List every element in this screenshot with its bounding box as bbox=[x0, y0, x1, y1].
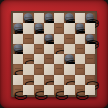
square-r7c3[interactable] bbox=[44, 85, 54, 95]
dark-checker-piece[interactable]: ⛂ bbox=[45, 13, 54, 22]
square-r1c2[interactable]: ⛂ bbox=[34, 23, 44, 33]
square-r7c5[interactable] bbox=[64, 85, 74, 95]
square-r2c0[interactable] bbox=[13, 34, 23, 44]
square-r6c3[interactable]: ⛀ bbox=[44, 75, 54, 85]
square-r0c5[interactable]: ⛂ bbox=[64, 13, 74, 23]
light-checker-piece[interactable]: ⛀ bbox=[45, 75, 54, 84]
square-r6c6[interactable] bbox=[75, 75, 85, 85]
dark-checker-piece[interactable]: ⛂ bbox=[65, 54, 74, 63]
square-r7c2[interactable]: ⛀ bbox=[34, 85, 44, 95]
square-r5c3[interactable] bbox=[44, 64, 54, 74]
light-checker-piece[interactable]: ⛀ bbox=[34, 85, 43, 94]
square-r4c3[interactable] bbox=[44, 54, 54, 64]
square-r5c4[interactable] bbox=[54, 64, 64, 74]
square-r0c0[interactable] bbox=[13, 13, 23, 23]
square-r6c7[interactable]: ⛀ bbox=[85, 75, 95, 85]
dark-checker-piece[interactable]: ⛂ bbox=[45, 34, 54, 43]
dark-checker-piece[interactable]: ⛂ bbox=[65, 13, 74, 22]
square-r3c3[interactable] bbox=[44, 44, 54, 54]
square-r2c3[interactable]: ⛂ bbox=[44, 34, 54, 44]
square-r4c7[interactable] bbox=[85, 54, 95, 64]
square-r6c4[interactable] bbox=[54, 75, 64, 85]
square-r5c7[interactable] bbox=[85, 64, 95, 74]
dark-checker-piece[interactable]: ⛂ bbox=[14, 44, 23, 53]
square-r5c0[interactable]: ⛀ bbox=[13, 64, 23, 74]
square-r5c2[interactable] bbox=[34, 64, 44, 74]
light-checker-piece[interactable]: ⛀ bbox=[55, 44, 64, 53]
light-checker-piece[interactable]: ⛀ bbox=[24, 75, 33, 84]
light-checker-piece[interactable]: ⛀ bbox=[14, 85, 23, 94]
square-r2c1[interactable] bbox=[23, 34, 33, 44]
dark-checker-piece[interactable]: ⛂ bbox=[86, 34, 95, 43]
square-r3c6[interactable] bbox=[75, 44, 85, 54]
square-r7c4[interactable]: ⛀ bbox=[54, 85, 64, 95]
square-r0c4[interactable] bbox=[54, 13, 64, 23]
dark-checker-piece[interactable]: ⛂ bbox=[24, 13, 33, 22]
square-r3c2[interactable] bbox=[34, 44, 44, 54]
light-checker-piece[interactable]: ⛀ bbox=[14, 65, 23, 74]
square-r4c1[interactable]: ⛀ bbox=[23, 54, 33, 64]
square-r1c7[interactable] bbox=[85, 23, 95, 33]
square-r7c6[interactable]: ⛀ bbox=[75, 85, 85, 95]
square-r4c5[interactable]: ⛂ bbox=[64, 54, 74, 64]
square-r2c2[interactable] bbox=[34, 34, 44, 44]
dark-checker-piece[interactable]: ⛂ bbox=[14, 24, 23, 33]
square-r6c5[interactable]: ⛀ bbox=[64, 75, 74, 85]
light-checker-piece[interactable]: ⛀ bbox=[55, 85, 64, 94]
dark-checker-piece[interactable]: ⛂ bbox=[34, 24, 43, 33]
square-r3c7[interactable] bbox=[85, 44, 95, 54]
square-r2c7[interactable]: ⛂ bbox=[85, 34, 95, 44]
square-r0c3[interactable]: ⛂ bbox=[44, 13, 54, 23]
light-checker-piece[interactable]: ⛀ bbox=[75, 85, 84, 94]
square-r6c2[interactable] bbox=[34, 75, 44, 85]
square-r3c4[interactable]: ⛀ bbox=[54, 44, 64, 54]
square-r2c5[interactable] bbox=[64, 34, 74, 44]
light-checker-piece[interactable]: ⛀ bbox=[65, 75, 74, 84]
square-r1c0[interactable]: ⛂ bbox=[13, 23, 23, 33]
square-r0c2[interactable] bbox=[34, 13, 44, 23]
light-checker-piece[interactable]: ⛀ bbox=[24, 54, 33, 63]
game-window: ⛂⛂⛂⛂⛂⛂⛂⛂⛂⛂⛀⛀⛂⛀⛀⛀⛀⛀⛀⛀⛀⛀ bbox=[0, 0, 108, 108]
square-r5c5[interactable] bbox=[64, 64, 74, 74]
square-r2c4[interactable] bbox=[54, 34, 64, 44]
square-r1c1[interactable] bbox=[23, 23, 33, 33]
square-r1c3[interactable] bbox=[44, 23, 54, 33]
square-r7c0[interactable]: ⛀ bbox=[13, 85, 23, 95]
square-r7c1[interactable] bbox=[23, 85, 33, 95]
board: ⛂⛂⛂⛂⛂⛂⛂⛂⛂⛂⛀⛀⛂⛀⛀⛀⛀⛀⛀⛀⛀⛀ bbox=[13, 13, 95, 95]
square-r1c6[interactable]: ⛂ bbox=[75, 23, 85, 33]
square-r6c1[interactable]: ⛀ bbox=[23, 75, 33, 85]
square-r4c2[interactable] bbox=[34, 54, 44, 64]
square-r0c1[interactable]: ⛂ bbox=[23, 13, 33, 23]
square-r4c4[interactable] bbox=[54, 54, 64, 64]
square-r3c5[interactable] bbox=[64, 44, 74, 54]
square-r6c0[interactable] bbox=[13, 75, 23, 85]
square-r0c7[interactable]: ⛂ bbox=[85, 13, 95, 23]
square-r2c6[interactable] bbox=[75, 34, 85, 44]
board-frame: ⛂⛂⛂⛂⛂⛂⛂⛂⛂⛂⛀⛀⛂⛀⛀⛀⛀⛀⛀⛀⛀⛀ bbox=[11, 11, 97, 97]
square-r7c7[interactable] bbox=[85, 85, 95, 95]
square-r1c4[interactable] bbox=[54, 23, 64, 33]
dark-checker-piece[interactable]: ⛂ bbox=[75, 24, 84, 33]
square-r0c6[interactable] bbox=[75, 13, 85, 23]
dark-checker-piece[interactable]: ⛂ bbox=[86, 13, 95, 22]
square-r4c0[interactable] bbox=[13, 54, 23, 64]
square-r5c6[interactable] bbox=[75, 64, 85, 74]
square-r3c0[interactable]: ⛂ bbox=[13, 44, 23, 54]
square-r4c6[interactable] bbox=[75, 54, 85, 64]
square-r5c1[interactable] bbox=[23, 64, 33, 74]
square-r3c1[interactable] bbox=[23, 44, 33, 54]
light-checker-piece[interactable]: ⛀ bbox=[86, 75, 95, 84]
square-r1c5[interactable] bbox=[64, 23, 74, 33]
